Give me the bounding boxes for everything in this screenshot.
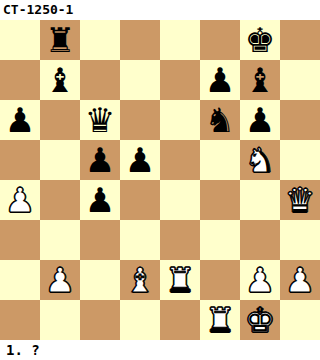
white-bishop: ♝ (120, 260, 160, 300)
black-knight: ♞ (200, 100, 240, 140)
white-rook: ♜ (200, 300, 240, 340)
square-g4[interactable] (240, 180, 280, 220)
square-h2[interactable]: ♟ (280, 260, 320, 300)
white-knight: ♞ (240, 140, 280, 180)
square-e5[interactable] (160, 140, 200, 180)
black-queen: ♛ (80, 100, 120, 140)
square-g7[interactable]: ♝ (240, 60, 280, 100)
black-bishop: ♝ (40, 60, 80, 100)
square-f2[interactable] (200, 260, 240, 300)
square-c1[interactable] (80, 300, 120, 340)
square-a5[interactable] (0, 140, 40, 180)
square-h1[interactable] (280, 300, 320, 340)
square-c6[interactable]: ♛ (80, 100, 120, 140)
square-b5[interactable] (40, 140, 80, 180)
square-h8[interactable] (280, 20, 320, 60)
square-f8[interactable] (200, 20, 240, 60)
square-b6[interactable] (40, 100, 80, 140)
black-pawn: ♟ (80, 140, 120, 180)
square-a2[interactable] (0, 260, 40, 300)
square-f1[interactable]: ♜ (200, 300, 240, 340)
square-a6[interactable]: ♟ (0, 100, 40, 140)
square-e2[interactable]: ♜ (160, 260, 200, 300)
square-a3[interactable] (0, 220, 40, 260)
white-pawn: ♟ (40, 260, 80, 300)
square-h7[interactable] (280, 60, 320, 100)
white-rook: ♜ (160, 260, 200, 300)
puzzle-title: CT-1250-1 (0, 0, 320, 20)
black-rook: ♜ (40, 20, 80, 60)
square-b1[interactable] (40, 300, 80, 340)
square-e7[interactable] (160, 60, 200, 100)
square-h5[interactable] (280, 140, 320, 180)
square-a7[interactable] (0, 60, 40, 100)
square-d7[interactable] (120, 60, 160, 100)
square-b8[interactable]: ♜ (40, 20, 80, 60)
square-e4[interactable] (160, 180, 200, 220)
square-g6[interactable]: ♟ (240, 100, 280, 140)
square-c7[interactable] (80, 60, 120, 100)
square-f4[interactable] (200, 180, 240, 220)
square-c3[interactable] (80, 220, 120, 260)
square-a4[interactable]: ♟ (0, 180, 40, 220)
chess-board: ♜♚♝♟♝♟♛♞♟♟♟♞♟♟♛♟♝♜♟♟♜♚ (0, 20, 320, 340)
black-bishop: ♝ (240, 60, 280, 100)
square-g2[interactable]: ♟ (240, 260, 280, 300)
square-b2[interactable]: ♟ (40, 260, 80, 300)
white-pawn: ♟ (240, 260, 280, 300)
square-d3[interactable] (120, 220, 160, 260)
square-e8[interactable] (160, 20, 200, 60)
square-c4[interactable]: ♟ (80, 180, 120, 220)
move-prompt: 1. ? (0, 340, 320, 360)
square-d2[interactable]: ♝ (120, 260, 160, 300)
square-d6[interactable] (120, 100, 160, 140)
square-g3[interactable] (240, 220, 280, 260)
black-pawn: ♟ (80, 180, 120, 220)
square-d1[interactable] (120, 300, 160, 340)
square-b3[interactable] (40, 220, 80, 260)
square-c8[interactable] (80, 20, 120, 60)
square-b4[interactable] (40, 180, 80, 220)
white-queen: ♛ (280, 180, 320, 220)
white-king: ♚ (240, 300, 280, 340)
square-f7[interactable]: ♟ (200, 60, 240, 100)
square-c5[interactable]: ♟ (80, 140, 120, 180)
white-pawn: ♟ (280, 260, 320, 300)
black-pawn: ♟ (120, 140, 160, 180)
black-pawn: ♟ (240, 100, 280, 140)
white-pawn: ♟ (0, 180, 40, 220)
square-h3[interactable] (280, 220, 320, 260)
square-f5[interactable] (200, 140, 240, 180)
black-pawn: ♟ (200, 60, 240, 100)
black-king: ♚ (240, 20, 280, 60)
chess-puzzle-window: CT-1250-1 ♜♚♝♟♝♟♛♞♟♟♟♞♟♟♛♟♝♜♟♟♜♚ 1. ? (0, 0, 320, 360)
square-e3[interactable] (160, 220, 200, 260)
square-e6[interactable] (160, 100, 200, 140)
square-a8[interactable] (0, 20, 40, 60)
square-d4[interactable] (120, 180, 160, 220)
square-g8[interactable]: ♚ (240, 20, 280, 60)
square-e1[interactable] (160, 300, 200, 340)
square-d8[interactable] (120, 20, 160, 60)
square-c2[interactable] (80, 260, 120, 300)
square-h6[interactable] (280, 100, 320, 140)
square-f3[interactable] (200, 220, 240, 260)
black-pawn: ♟ (0, 100, 40, 140)
square-f6[interactable]: ♞ (200, 100, 240, 140)
square-a1[interactable] (0, 300, 40, 340)
square-g1[interactable]: ♚ (240, 300, 280, 340)
square-b7[interactable]: ♝ (40, 60, 80, 100)
square-h4[interactable]: ♛ (280, 180, 320, 220)
square-g5[interactable]: ♞ (240, 140, 280, 180)
square-d5[interactable]: ♟ (120, 140, 160, 180)
